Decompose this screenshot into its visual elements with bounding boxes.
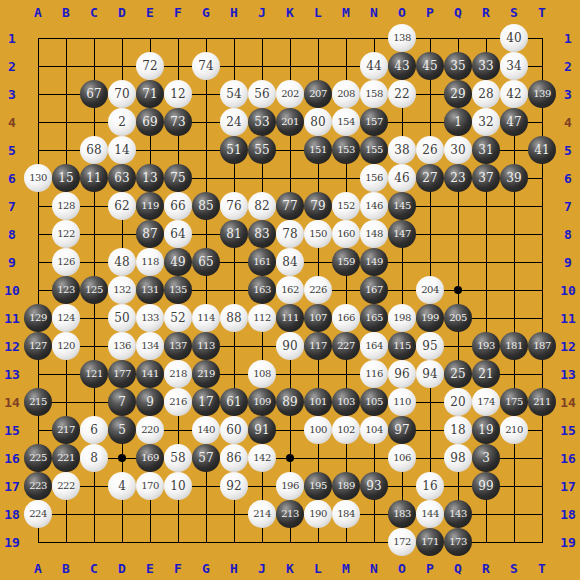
black-stone-M5: 153 (332, 136, 360, 164)
intersection-Q5: 30 (444, 136, 472, 164)
coord-label-12: 12 (0, 332, 24, 360)
coord-label-L: L (304, 0, 332, 24)
coord-label-8: 8 (556, 220, 580, 248)
intersection-K13 (276, 360, 304, 388)
intersection-H12 (220, 332, 248, 360)
column-labels-top: ABCDEFGHJKLMNOPQRST (24, 0, 556, 24)
white-stone-D5: 14 (108, 136, 136, 164)
coord-label-P: P (416, 0, 444, 24)
intersection-K19 (276, 528, 304, 556)
intersection-D14: 7 (108, 388, 136, 416)
black-stone-K7: 77 (276, 192, 304, 220)
coord-label-R: R (472, 556, 500, 580)
intersection-C2 (80, 52, 108, 80)
black-stone-G9: 65 (192, 248, 220, 276)
intersection-D10: 132 (108, 276, 136, 304)
intersection-T5: 41 (528, 136, 556, 164)
coord-label-6: 6 (556, 164, 580, 192)
intersection-N3: 158 (360, 80, 388, 108)
intersection-F7: 66 (164, 192, 192, 220)
white-stone-P17: 16 (416, 472, 444, 500)
black-stone-J5: 55 (248, 136, 276, 164)
white-stone-K3: 202 (276, 80, 304, 108)
intersection-J5: 55 (248, 136, 276, 164)
intersection-L6 (304, 164, 332, 192)
intersection-S13 (500, 360, 528, 388)
coord-label-H: H (220, 0, 248, 24)
intersection-M11: 166 (332, 304, 360, 332)
intersection-A9 (24, 248, 52, 276)
coord-label-S: S (500, 0, 528, 24)
intersection-E6: 13 (136, 164, 164, 192)
black-stone-R6: 37 (472, 164, 500, 192)
intersection-M15: 102 (332, 416, 360, 444)
intersection-A13 (24, 360, 52, 388)
coord-label-14: 14 (0, 388, 24, 416)
white-stone-M15: 102 (332, 416, 360, 444)
black-stone-A12: 127 (24, 332, 52, 360)
black-stone-G7: 85 (192, 192, 220, 220)
intersection-F18 (164, 500, 192, 528)
coord-label-C: C (80, 0, 108, 24)
white-stone-Q5: 30 (444, 136, 472, 164)
coord-label-19: 19 (0, 528, 24, 556)
intersection-E11: 133 (136, 304, 164, 332)
black-stone-E3: 71 (136, 80, 164, 108)
intersection-J8: 83 (248, 220, 276, 248)
coord-label-18: 18 (0, 500, 24, 528)
intersection-L15: 100 (304, 416, 332, 444)
intersection-O6: 46 (388, 164, 416, 192)
intersection-E15: 220 (136, 416, 164, 444)
black-stone-O12: 115 (388, 332, 416, 360)
coord-label-Q: Q (444, 556, 472, 580)
intersection-L7: 79 (304, 192, 332, 220)
intersection-C12 (80, 332, 108, 360)
intersection-H8: 81 (220, 220, 248, 248)
intersection-F10: 135 (164, 276, 192, 304)
white-stone-L15: 100 (304, 416, 332, 444)
intersection-O18: 183 (388, 500, 416, 528)
black-stone-E6: 13 (136, 164, 164, 192)
intersection-L9 (304, 248, 332, 276)
intersection-J12 (248, 332, 276, 360)
intersection-H16: 86 (220, 444, 248, 472)
coord-label-S: S (500, 556, 528, 580)
coord-label-7: 7 (0, 192, 24, 220)
intersection-B4 (52, 108, 80, 136)
black-stone-F12: 137 (164, 332, 192, 360)
white-stone-N15: 104 (360, 416, 388, 444)
black-stone-G13: 219 (192, 360, 220, 388)
intersection-J2 (248, 52, 276, 80)
white-stone-D3: 70 (108, 80, 136, 108)
black-stone-D6: 63 (108, 164, 136, 192)
black-stone-Q11: 205 (444, 304, 472, 332)
intersection-G10 (192, 276, 220, 304)
intersection-P18: 144 (416, 500, 444, 528)
black-stone-K4: 201 (276, 108, 304, 136)
intersection-O12: 115 (388, 332, 416, 360)
black-stone-O15: 97 (388, 416, 416, 444)
intersection-A5 (24, 136, 52, 164)
intersection-M19 (332, 528, 360, 556)
intersection-O7: 145 (388, 192, 416, 220)
intersection-B1 (52, 24, 80, 52)
intersection-O5: 38 (388, 136, 416, 164)
intersection-E17: 170 (136, 472, 164, 500)
black-stone-H14: 61 (220, 388, 248, 416)
intersection-Q17 (444, 472, 472, 500)
white-stone-G15: 140 (192, 416, 220, 444)
black-stone-D13: 177 (108, 360, 136, 388)
intersection-J9: 161 (248, 248, 276, 276)
intersection-P9 (416, 248, 444, 276)
intersection-O14: 110 (388, 388, 416, 416)
white-stone-C15: 6 (80, 416, 108, 444)
intersection-D8 (108, 220, 136, 248)
intersection-J11: 112 (248, 304, 276, 332)
coord-label-T: T (528, 556, 556, 580)
intersection-K7: 77 (276, 192, 304, 220)
intersection-H11: 88 (220, 304, 248, 332)
intersection-O13: 96 (388, 360, 416, 388)
intersection-D1 (108, 24, 136, 52)
black-stone-R17: 99 (472, 472, 500, 500)
black-stone-M12: 227 (332, 332, 360, 360)
intersection-Q16: 98 (444, 444, 472, 472)
intersection-C6: 11 (80, 164, 108, 192)
intersection-Q11: 205 (444, 304, 472, 332)
intersection-J15: 91 (248, 416, 276, 444)
intersection-L11: 107 (304, 304, 332, 332)
intersection-Q14: 20 (444, 388, 472, 416)
coord-label-18: 18 (556, 500, 580, 528)
intersection-M1 (332, 24, 360, 52)
intersection-E10: 131 (136, 276, 164, 304)
black-stone-H5: 51 (220, 136, 248, 164)
coord-label-17: 17 (556, 472, 580, 500)
intersection-A10 (24, 276, 52, 304)
intersection-S2: 34 (500, 52, 528, 80)
intersection-G9: 65 (192, 248, 220, 276)
white-stone-J7: 82 (248, 192, 276, 220)
intersection-B10: 123 (52, 276, 80, 304)
coord-label-16: 16 (0, 444, 24, 472)
intersection-N6: 156 (360, 164, 388, 192)
intersection-C14 (80, 388, 108, 416)
intersection-K15 (276, 416, 304, 444)
intersection-E12: 134 (136, 332, 164, 360)
black-stone-J9: 161 (248, 248, 276, 276)
intersection-K6 (276, 164, 304, 192)
intersection-J17 (248, 472, 276, 500)
row-labels-left: 12345678910111213141516171819 (0, 24, 24, 556)
intersection-S6: 39 (500, 164, 528, 192)
intersection-N18 (360, 500, 388, 528)
black-stone-J14: 109 (248, 388, 276, 416)
coord-label-P: P (416, 556, 444, 580)
intersection-N17: 93 (360, 472, 388, 500)
black-stone-T12: 187 (528, 332, 556, 360)
black-stone-D15: 5 (108, 416, 136, 444)
intersection-T2 (528, 52, 556, 80)
black-stone-Q2: 35 (444, 52, 472, 80)
intersection-O11: 198 (388, 304, 416, 332)
coord-label-N: N (360, 556, 388, 580)
intersection-E19 (136, 528, 164, 556)
intersection-M7: 152 (332, 192, 360, 220)
intersection-G19 (192, 528, 220, 556)
intersection-M10 (332, 276, 360, 304)
white-stone-O19: 172 (388, 528, 416, 556)
intersection-C16: 8 (80, 444, 108, 472)
intersection-M3: 208 (332, 80, 360, 108)
black-stone-K18: 213 (276, 500, 304, 528)
intersection-H3: 54 (220, 80, 248, 108)
intersection-S4: 47 (500, 108, 528, 136)
intersection-J14: 109 (248, 388, 276, 416)
black-stone-O7: 145 (388, 192, 416, 220)
white-stone-A6: 130 (24, 164, 52, 192)
intersection-M6 (332, 164, 360, 192)
coord-label-5: 5 (556, 136, 580, 164)
intersection-F15 (164, 416, 192, 444)
black-stone-P6: 27 (416, 164, 444, 192)
coord-label-A: A (24, 0, 52, 24)
intersection-A2 (24, 52, 52, 80)
white-stone-Q16: 98 (444, 444, 472, 472)
intersection-L3: 207 (304, 80, 332, 108)
intersection-P14 (416, 388, 444, 416)
white-stone-N13: 116 (360, 360, 388, 388)
coord-label-O: O (388, 0, 416, 24)
white-stone-K10: 162 (276, 276, 304, 304)
white-stone-H7: 76 (220, 192, 248, 220)
intersection-B18 (52, 500, 80, 528)
intersection-A16: 225 (24, 444, 52, 472)
coord-label-5: 5 (0, 136, 24, 164)
intersection-M5: 153 (332, 136, 360, 164)
intersection-B14 (52, 388, 80, 416)
intersection-M17: 189 (332, 472, 360, 500)
star-point-K16 (286, 454, 294, 462)
intersection-P1 (416, 24, 444, 52)
intersection-E18 (136, 500, 164, 528)
intersection-C1 (80, 24, 108, 52)
intersection-G7: 85 (192, 192, 220, 220)
coord-label-9: 9 (0, 248, 24, 276)
coord-label-K: K (276, 556, 304, 580)
intersection-C19 (80, 528, 108, 556)
white-stone-L8: 150 (304, 220, 332, 248)
intersection-C4 (80, 108, 108, 136)
intersection-M18: 184 (332, 500, 360, 528)
intersection-Q7 (444, 192, 472, 220)
intersection-N10: 167 (360, 276, 388, 304)
white-stone-M8: 160 (332, 220, 360, 248)
intersection-A15 (24, 416, 52, 444)
white-stone-B7: 128 (52, 192, 80, 220)
coord-label-16: 16 (556, 444, 580, 472)
intersection-P10: 204 (416, 276, 444, 304)
intersection-K5 (276, 136, 304, 164)
intersection-T11 (528, 304, 556, 332)
intersection-S3: 42 (500, 80, 528, 108)
intersection-M13 (332, 360, 360, 388)
intersection-T8 (528, 220, 556, 248)
intersection-F19 (164, 528, 192, 556)
intersection-B15: 217 (52, 416, 80, 444)
intersection-L16 (304, 444, 332, 472)
intersection-D2 (108, 52, 136, 80)
white-stone-P13: 94 (416, 360, 444, 388)
white-stone-M18: 184 (332, 500, 360, 528)
intersection-B8: 122 (52, 220, 80, 248)
intersection-B17: 222 (52, 472, 80, 500)
black-stone-P19: 171 (416, 528, 444, 556)
intersection-E14: 9 (136, 388, 164, 416)
intersection-M9: 159 (332, 248, 360, 276)
intersection-D3: 70 (108, 80, 136, 108)
black-stone-J10: 163 (248, 276, 276, 304)
intersection-G4 (192, 108, 220, 136)
intersection-S12: 181 (500, 332, 528, 360)
white-stone-F7: 66 (164, 192, 192, 220)
black-stone-R16: 3 (472, 444, 500, 472)
intersection-L8: 150 (304, 220, 332, 248)
white-stone-R4: 32 (472, 108, 500, 136)
black-stone-M17: 189 (332, 472, 360, 500)
intersection-P7 (416, 192, 444, 220)
intersection-E3: 71 (136, 80, 164, 108)
intersection-F4: 73 (164, 108, 192, 136)
black-stone-N11: 165 (360, 304, 388, 332)
intersection-G1 (192, 24, 220, 52)
black-stone-A14: 215 (24, 388, 52, 416)
white-stone-Q15: 18 (444, 416, 472, 444)
intersection-F1 (164, 24, 192, 52)
intersection-B11: 124 (52, 304, 80, 332)
white-stone-O5: 38 (388, 136, 416, 164)
coord-label-15: 15 (0, 416, 24, 444)
intersection-G11: 114 (192, 304, 220, 332)
coord-label-A: A (24, 556, 52, 580)
white-stone-H16: 86 (220, 444, 248, 472)
coord-label-J: J (248, 556, 276, 580)
coord-label-M: M (332, 0, 360, 24)
goban: ABCDEFGHJKLMNOPQRST ABCDEFGHJKLMNOPQRST … (0, 0, 580, 580)
white-stone-L10: 226 (304, 276, 332, 304)
white-stone-K8: 78 (276, 220, 304, 248)
intersection-D19 (108, 528, 136, 556)
intersection-B16: 221 (52, 444, 80, 472)
intersection-R10 (472, 276, 500, 304)
black-stone-Q3: 29 (444, 80, 472, 108)
intersection-H14: 61 (220, 388, 248, 416)
black-stone-C3: 67 (80, 80, 108, 108)
intersection-R2: 33 (472, 52, 500, 80)
star-point-Q10 (454, 286, 462, 294)
intersection-R18 (472, 500, 500, 528)
coord-label-7: 7 (556, 192, 580, 220)
intersection-R3: 28 (472, 80, 500, 108)
intersection-B2 (52, 52, 80, 80)
white-stone-D7: 62 (108, 192, 136, 220)
intersection-R13: 21 (472, 360, 500, 388)
intersection-D18 (108, 500, 136, 528)
intersection-P19: 171 (416, 528, 444, 556)
black-stone-L3: 207 (304, 80, 332, 108)
intersection-R14: 174 (472, 388, 500, 416)
white-stone-O3: 22 (388, 80, 416, 108)
black-stone-R5: 31 (472, 136, 500, 164)
intersection-S17 (500, 472, 528, 500)
white-stone-B11: 124 (52, 304, 80, 332)
white-stone-J11: 112 (248, 304, 276, 332)
intersection-D16 (108, 444, 136, 472)
intersection-G2: 74 (192, 52, 220, 80)
intersection-F9: 49 (164, 248, 192, 276)
intersection-B12: 120 (52, 332, 80, 360)
intersection-P11: 199 (416, 304, 444, 332)
coord-label-13: 13 (556, 360, 580, 388)
intersection-J16: 142 (248, 444, 276, 472)
white-stone-M7: 152 (332, 192, 360, 220)
intersection-Q15: 18 (444, 416, 472, 444)
intersection-O16: 106 (388, 444, 416, 472)
black-stone-S4: 47 (500, 108, 528, 136)
black-stone-G16: 57 (192, 444, 220, 472)
intersection-K17: 196 (276, 472, 304, 500)
coord-label-10: 10 (556, 276, 580, 304)
white-stone-H15: 60 (220, 416, 248, 444)
coord-label-G: G (192, 556, 220, 580)
black-stone-J15: 91 (248, 416, 276, 444)
black-stone-O18: 183 (388, 500, 416, 528)
intersection-S11 (500, 304, 528, 332)
intersection-L1 (304, 24, 332, 52)
intersection-L17: 195 (304, 472, 332, 500)
white-stone-L18: 190 (304, 500, 332, 528)
intersection-G12: 113 (192, 332, 220, 360)
white-stone-S3: 42 (500, 80, 528, 108)
intersection-T15 (528, 416, 556, 444)
intersection-P15 (416, 416, 444, 444)
coord-label-H: H (220, 556, 248, 580)
white-stone-G2: 74 (192, 52, 220, 80)
intersection-Q2: 35 (444, 52, 472, 80)
intersection-L10: 226 (304, 276, 332, 304)
intersection-J4: 53 (248, 108, 276, 136)
intersection-P13: 94 (416, 360, 444, 388)
intersection-R9 (472, 248, 500, 276)
coord-label-F: F (164, 556, 192, 580)
intersection-O4 (388, 108, 416, 136)
intersection-F12: 137 (164, 332, 192, 360)
white-stone-E15: 220 (136, 416, 164, 444)
black-stone-Q18: 143 (444, 500, 472, 528)
coord-label-12: 12 (556, 332, 580, 360)
intersection-E8: 87 (136, 220, 164, 248)
intersection-Q19: 173 (444, 528, 472, 556)
black-stone-L7: 79 (304, 192, 332, 220)
intersection-H6 (220, 164, 248, 192)
intersection-N14: 105 (360, 388, 388, 416)
black-stone-N14: 105 (360, 388, 388, 416)
intersection-S8 (500, 220, 528, 248)
black-stone-G14: 17 (192, 388, 220, 416)
